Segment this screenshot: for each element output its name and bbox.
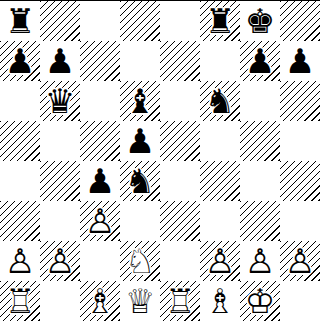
white-pawn-piece: ♟♙ bbox=[80, 201, 120, 241]
square-d4[interactable]: ♞♞ bbox=[120, 161, 160, 201]
white-rook-piece: ♜♖ bbox=[0, 281, 40, 321]
square-g4[interactable] bbox=[240, 161, 280, 201]
black-queen-glyph: ♛ bbox=[40, 81, 80, 121]
white-rook-piece: ♜♖ bbox=[160, 281, 200, 321]
white-pawn-glyph: ♙ bbox=[200, 241, 240, 281]
black-queen-piece: ♛♛ bbox=[40, 81, 80, 121]
white-pawn-piece: ♟♙ bbox=[200, 241, 240, 281]
square-g2[interactable]: ♟♙ bbox=[240, 241, 280, 281]
white-pawn-piece: ♟♙ bbox=[0, 241, 40, 281]
white-bishop-piece: ♝♗ bbox=[80, 281, 120, 321]
white-knight-glyph: ♘ bbox=[120, 241, 160, 281]
square-c2[interactable] bbox=[80, 241, 120, 281]
square-b7[interactable]: ♟♟ bbox=[40, 41, 80, 81]
square-h6[interactable] bbox=[280, 81, 320, 121]
black-knight-glyph: ♞ bbox=[200, 81, 240, 121]
square-c6[interactable] bbox=[80, 81, 120, 121]
square-a5[interactable] bbox=[0, 121, 40, 161]
square-d8[interactable] bbox=[120, 1, 160, 41]
white-rook-glyph: ♖ bbox=[0, 281, 40, 321]
black-pawn-piece: ♟♟ bbox=[40, 41, 80, 81]
white-pawn-glyph: ♙ bbox=[280, 241, 320, 281]
square-a4[interactable] bbox=[0, 161, 40, 201]
square-d2[interactable]: ♞♘ bbox=[120, 241, 160, 281]
black-rook-glyph: ♜ bbox=[200, 1, 240, 41]
square-e2[interactable] bbox=[160, 241, 200, 281]
chess-diagram: ♜♜♜♜♚♚♟♟♟♟♟♟♟♟♛♛♝♝♞♞♟♟♟♟♞♞♟♙♟♙♟♙♞♘♟♙♟♙♟♙… bbox=[0, 0, 321, 321]
white-bishop-glyph: ♗ bbox=[80, 281, 120, 321]
square-h4[interactable] bbox=[280, 161, 320, 201]
square-h8[interactable] bbox=[280, 1, 320, 41]
square-b1[interactable] bbox=[40, 281, 80, 321]
black-bishop-glyph: ♝ bbox=[120, 81, 160, 121]
white-knight-piece: ♞♘ bbox=[120, 241, 160, 281]
square-d1[interactable]: ♛♕ bbox=[120, 281, 160, 321]
black-rook-piece: ♜♜ bbox=[0, 1, 40, 41]
square-c1[interactable]: ♝♗ bbox=[80, 281, 120, 321]
square-f3[interactable] bbox=[200, 201, 240, 241]
black-knight-glyph: ♞ bbox=[120, 161, 160, 201]
black-bishop-piece: ♝♝ bbox=[120, 81, 160, 121]
white-queen-glyph: ♕ bbox=[120, 281, 160, 321]
board-top-border: ♜♜♜♜♚♚♟♟♟♟♟♟♟♟♛♛♝♝♞♞♟♟♟♟♞♞♟♙♟♙♟♙♞♘♟♙♟♙♟♙… bbox=[0, 0, 320, 321]
square-c3[interactable]: ♟♙ bbox=[80, 201, 120, 241]
black-pawn-piece: ♟♟ bbox=[240, 41, 280, 81]
square-f6[interactable]: ♞♞ bbox=[200, 81, 240, 121]
square-h7[interactable]: ♟♟ bbox=[280, 41, 320, 81]
black-pawn-glyph: ♟ bbox=[240, 41, 280, 81]
black-pawn-glyph: ♟ bbox=[120, 121, 160, 161]
square-d7[interactable] bbox=[120, 41, 160, 81]
square-d5[interactable]: ♟♟ bbox=[120, 121, 160, 161]
square-e3[interactable] bbox=[160, 201, 200, 241]
square-f1[interactable]: ♝♗ bbox=[200, 281, 240, 321]
black-pawn-piece: ♟♟ bbox=[0, 41, 40, 81]
square-b6[interactable]: ♛♛ bbox=[40, 81, 80, 121]
square-c4[interactable]: ♟♟ bbox=[80, 161, 120, 201]
white-queen-piece: ♛♕ bbox=[120, 281, 160, 321]
chess-board: ♜♜♜♜♚♚♟♟♟♟♟♟♟♟♛♛♝♝♞♞♟♟♟♟♞♞♟♙♟♙♟♙♞♘♟♙♟♙♟♙… bbox=[0, 1, 320, 321]
black-king-glyph: ♚ bbox=[240, 1, 280, 41]
square-f4[interactable] bbox=[200, 161, 240, 201]
black-knight-piece: ♞♞ bbox=[200, 81, 240, 121]
black-pawn-piece: ♟♟ bbox=[120, 121, 160, 161]
white-pawn-glyph: ♙ bbox=[240, 241, 280, 281]
square-b2[interactable]: ♟♙ bbox=[40, 241, 80, 281]
square-h1[interactable] bbox=[280, 281, 320, 321]
square-f5[interactable] bbox=[200, 121, 240, 161]
square-a6[interactable] bbox=[0, 81, 40, 121]
square-e7[interactable] bbox=[160, 41, 200, 81]
black-pawn-glyph: ♟ bbox=[80, 161, 120, 201]
square-b8[interactable] bbox=[40, 1, 80, 41]
black-pawn-glyph: ♟ bbox=[280, 41, 320, 81]
square-e5[interactable] bbox=[160, 121, 200, 161]
black-pawn-piece: ♟♟ bbox=[280, 41, 320, 81]
white-pawn-glyph: ♙ bbox=[0, 241, 40, 281]
square-a8[interactable]: ♜♜ bbox=[0, 1, 40, 41]
white-bishop-piece: ♝♗ bbox=[200, 281, 240, 321]
white-pawn-piece: ♟♙ bbox=[240, 241, 280, 281]
square-h2[interactable]: ♟♙ bbox=[280, 241, 320, 281]
white-pawn-glyph: ♙ bbox=[40, 241, 80, 281]
white-bishop-glyph: ♗ bbox=[200, 281, 240, 321]
black-knight-piece: ♞♞ bbox=[120, 161, 160, 201]
square-g5[interactable] bbox=[240, 121, 280, 161]
square-c5[interactable] bbox=[80, 121, 120, 161]
white-pawn-glyph: ♙ bbox=[80, 201, 120, 241]
black-pawn-glyph: ♟ bbox=[40, 41, 80, 81]
square-g1[interactable]: ♚♔ bbox=[240, 281, 280, 321]
square-b4[interactable] bbox=[40, 161, 80, 201]
square-h5[interactable] bbox=[280, 121, 320, 161]
square-f7[interactable] bbox=[200, 41, 240, 81]
black-rook-glyph: ♜ bbox=[0, 1, 40, 41]
white-king-piece: ♚♔ bbox=[240, 281, 280, 321]
square-e8[interactable] bbox=[160, 1, 200, 41]
square-b3[interactable] bbox=[40, 201, 80, 241]
square-e6[interactable] bbox=[160, 81, 200, 121]
white-pawn-piece: ♟♙ bbox=[280, 241, 320, 281]
square-h3[interactable] bbox=[280, 201, 320, 241]
square-d6[interactable]: ♝♝ bbox=[120, 81, 160, 121]
square-b5[interactable] bbox=[40, 121, 80, 161]
black-pawn-glyph: ♟ bbox=[0, 41, 40, 81]
black-pawn-piece: ♟♟ bbox=[80, 161, 120, 201]
square-a3[interactable] bbox=[0, 201, 40, 241]
square-g3[interactable] bbox=[240, 201, 280, 241]
white-pawn-piece: ♟♙ bbox=[40, 241, 80, 281]
square-e1[interactable]: ♜♖ bbox=[160, 281, 200, 321]
square-c7[interactable] bbox=[80, 41, 120, 81]
black-rook-piece: ♜♜ bbox=[200, 1, 240, 41]
square-g7[interactable]: ♟♟ bbox=[240, 41, 280, 81]
black-king-piece: ♚♚ bbox=[240, 1, 280, 41]
square-d3[interactable] bbox=[120, 201, 160, 241]
white-rook-glyph: ♖ bbox=[160, 281, 200, 321]
square-a1[interactable]: ♜♖ bbox=[0, 281, 40, 321]
square-f8[interactable]: ♜♜ bbox=[200, 1, 240, 41]
square-e4[interactable] bbox=[160, 161, 200, 201]
square-g8[interactable]: ♚♚ bbox=[240, 1, 280, 41]
square-f2[interactable]: ♟♙ bbox=[200, 241, 240, 281]
square-c8[interactable] bbox=[80, 1, 120, 41]
square-a7[interactable]: ♟♟ bbox=[0, 41, 40, 81]
square-g6[interactable] bbox=[240, 81, 280, 121]
square-a2[interactable]: ♟♙ bbox=[0, 241, 40, 281]
white-king-glyph: ♔ bbox=[240, 281, 280, 321]
